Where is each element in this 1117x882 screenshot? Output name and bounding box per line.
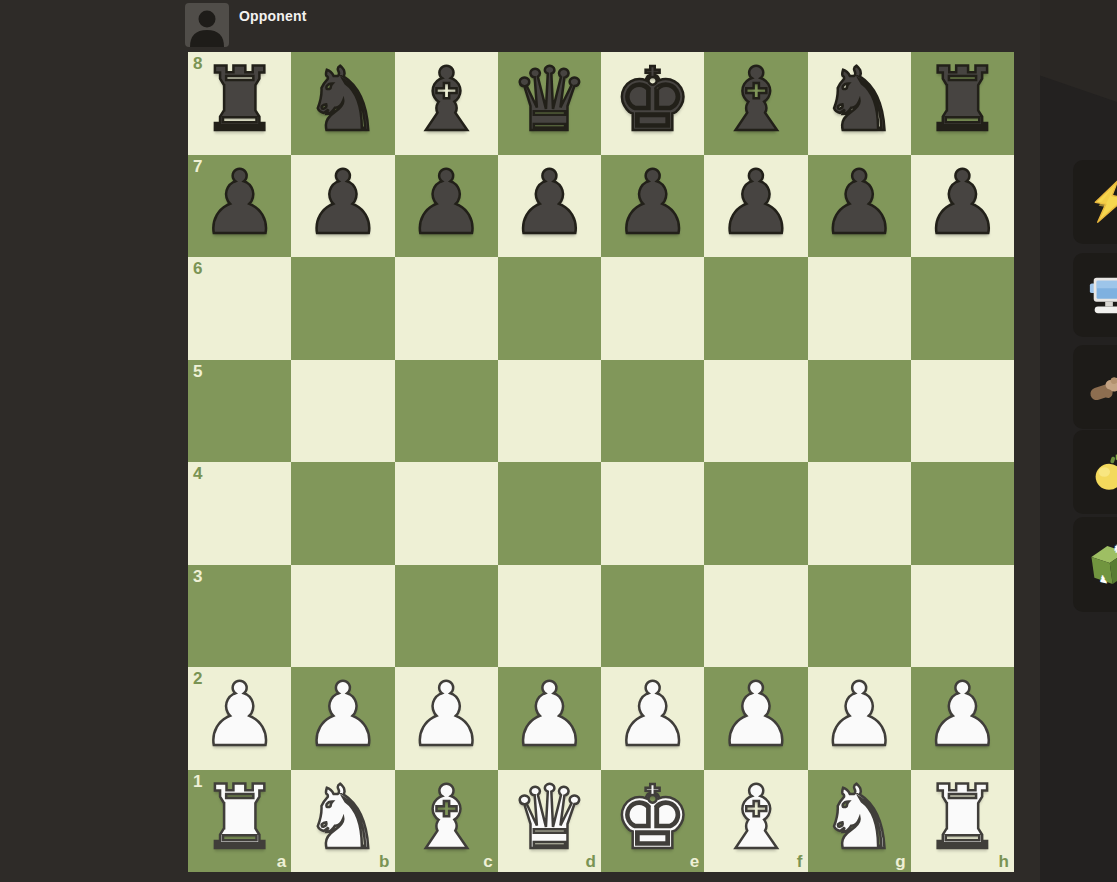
lemon-icon: [1087, 449, 1117, 495]
square-h1[interactable]: h♜: [911, 770, 1014, 873]
piece-black-pawn[interactable]: ♟: [303, 159, 382, 247]
square-d4[interactable]: [498, 462, 601, 565]
variants-button[interactable]: ♟ ♞: [1073, 517, 1117, 612]
piece-white-pawn[interactable]: ♟: [200, 671, 279, 759]
square-e3[interactable]: [601, 565, 704, 668]
play-friend-button[interactable]: [1073, 345, 1117, 429]
piece-black-pawn[interactable]: ♟: [613, 159, 692, 247]
piece-black-knight[interactable]: ♞: [820, 56, 899, 144]
piece-white-bishop[interactable]: ♝: [716, 774, 795, 862]
piece-white-knight[interactable]: ♞: [303, 774, 382, 862]
square-h2[interactable]: ♟: [911, 667, 1014, 770]
square-h7[interactable]: ♟: [911, 155, 1014, 258]
play-blitz-button[interactable]: [1073, 160, 1117, 244]
square-a8[interactable]: 8♜: [188, 52, 291, 155]
piece-black-rook[interactable]: ♜: [923, 56, 1002, 144]
piece-white-rook[interactable]: ♜: [923, 774, 1002, 862]
square-d6[interactable]: [498, 257, 601, 360]
square-e4[interactable]: [601, 462, 704, 565]
piece-black-bishop[interactable]: ♝: [407, 56, 486, 144]
handshake-icon: [1087, 364, 1117, 410]
piece-white-pawn[interactable]: ♟: [923, 671, 1002, 759]
square-f4[interactable]: [704, 462, 807, 565]
piece-black-king[interactable]: ♚: [613, 56, 692, 144]
piece-black-rook[interactable]: ♜: [200, 56, 279, 144]
square-b7[interactable]: ♟: [291, 155, 394, 258]
rank-label-3: 3: [193, 568, 202, 585]
panel-sheen: [1040, 0, 1117, 102]
square-g1[interactable]: g♞: [808, 770, 911, 873]
green-die-icon: ♟ ♞: [1087, 542, 1117, 588]
square-a3[interactable]: 3: [188, 565, 291, 668]
square-f1[interactable]: f♝: [704, 770, 807, 873]
square-g2[interactable]: ♟: [808, 667, 911, 770]
casual-game-button[interactable]: [1073, 430, 1117, 514]
square-e8[interactable]: ♚: [601, 52, 704, 155]
square-h5[interactable]: [911, 360, 1014, 463]
computer-icon: [1087, 272, 1117, 318]
rank-label-5: 5: [193, 363, 202, 380]
square-c6[interactable]: [395, 257, 498, 360]
square-d5[interactable]: [498, 360, 601, 463]
square-h8[interactable]: ♜: [911, 52, 1014, 155]
square-b8[interactable]: ♞: [291, 52, 394, 155]
piece-black-pawn[interactable]: ♟: [820, 159, 899, 247]
square-d3[interactable]: [498, 565, 601, 668]
square-a4[interactable]: 4: [188, 462, 291, 565]
square-f8[interactable]: ♝: [704, 52, 807, 155]
square-e1[interactable]: e♚: [601, 770, 704, 873]
piece-white-rook[interactable]: ♜: [200, 774, 279, 862]
square-h6[interactable]: [911, 257, 1014, 360]
square-c3[interactable]: [395, 565, 498, 668]
piece-white-bishop[interactable]: ♝: [407, 774, 486, 862]
square-c7[interactable]: ♟: [395, 155, 498, 258]
chess-board[interactable]: 8♜♞♝♛♚♝♞♜7♟♟♟♟♟♟♟♟65432♟♟♟♟♟♟♟♟1a♜b♞c♝d♛…: [188, 52, 1014, 872]
piece-white-king[interactable]: ♚: [613, 774, 692, 862]
top-player-bar: Opponent: [185, 3, 307, 47]
square-e5[interactable]: [601, 360, 704, 463]
square-g4[interactable]: [808, 462, 911, 565]
piece-black-knight[interactable]: ♞: [303, 56, 382, 144]
square-d2[interactable]: ♟: [498, 667, 601, 770]
piece-white-pawn[interactable]: ♟: [716, 671, 795, 759]
square-b3[interactable]: [291, 565, 394, 668]
square-a1[interactable]: 1a♜: [188, 770, 291, 873]
square-g5[interactable]: [808, 360, 911, 463]
piece-white-pawn[interactable]: ♟: [820, 671, 899, 759]
square-d7[interactable]: ♟: [498, 155, 601, 258]
play-computer-button[interactable]: [1073, 253, 1117, 337]
square-c2[interactable]: ♟: [395, 667, 498, 770]
square-e2[interactable]: ♟: [601, 667, 704, 770]
square-f5[interactable]: [704, 360, 807, 463]
square-h4[interactable]: [911, 462, 1014, 565]
piece-black-pawn[interactable]: ♟: [200, 159, 279, 247]
lightning-icon: [1087, 179, 1117, 225]
piece-white-pawn[interactable]: ♟: [303, 671, 382, 759]
square-f6[interactable]: [704, 257, 807, 360]
square-f3[interactable]: [704, 565, 807, 668]
piece-black-pawn[interactable]: ♟: [510, 159, 589, 247]
square-b1[interactable]: b♞: [291, 770, 394, 873]
piece-black-pawn[interactable]: ♟: [407, 159, 486, 247]
svg-text:♟: ♟: [1097, 572, 1109, 587]
square-a2[interactable]: 2♟: [188, 667, 291, 770]
square-b4[interactable]: [291, 462, 394, 565]
square-d8[interactable]: ♛: [498, 52, 601, 155]
square-e7[interactable]: ♟: [601, 155, 704, 258]
piece-black-pawn[interactable]: ♟: [923, 159, 1002, 247]
square-c4[interactable]: [395, 462, 498, 565]
square-d1[interactable]: d♛: [498, 770, 601, 873]
square-h3[interactable]: [911, 565, 1014, 668]
square-c1[interactable]: c♝: [395, 770, 498, 873]
person-silhouette-icon: [185, 3, 229, 47]
opponent-name: Opponent: [239, 9, 307, 23]
square-e6[interactable]: [601, 257, 704, 360]
square-g8[interactable]: ♞: [808, 52, 911, 155]
piece-black-queen[interactable]: ♛: [510, 56, 589, 144]
square-g6[interactable]: [808, 257, 911, 360]
opponent-avatar[interactable]: [185, 3, 229, 47]
piece-black-bishop[interactable]: ♝: [716, 56, 795, 144]
square-c5[interactable]: [395, 360, 498, 463]
square-f7[interactable]: ♟: [704, 155, 807, 258]
square-c8[interactable]: ♝: [395, 52, 498, 155]
square-f2[interactable]: ♟: [704, 667, 807, 770]
square-b5[interactable]: [291, 360, 394, 463]
file-label-f: f: [797, 853, 803, 870]
play-panel: ♟ ♞: [1040, 0, 1117, 882]
piece-white-pawn[interactable]: ♟: [407, 671, 486, 759]
square-b2[interactable]: ♟: [291, 667, 394, 770]
piece-white-pawn[interactable]: ♟: [613, 671, 692, 759]
piece-white-pawn[interactable]: ♟: [510, 671, 589, 759]
svg-text:♞: ♞: [1112, 542, 1117, 557]
square-g3[interactable]: [808, 565, 911, 668]
square-a6[interactable]: 6: [188, 257, 291, 360]
piece-black-pawn[interactable]: ♟: [716, 159, 795, 247]
square-a5[interactable]: 5: [188, 360, 291, 463]
rank-label-6: 6: [193, 260, 202, 277]
rank-label-4: 4: [193, 465, 202, 482]
square-a7[interactable]: 7♟: [188, 155, 291, 258]
square-g7[interactable]: ♟: [808, 155, 911, 258]
square-b6[interactable]: [291, 257, 394, 360]
piece-white-queen[interactable]: ♛: [510, 774, 589, 862]
piece-white-knight[interactable]: ♞: [820, 774, 899, 862]
